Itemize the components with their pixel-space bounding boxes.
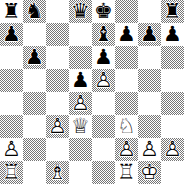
white-rook-fill: ♜ (115, 161, 138, 184)
square-d6[interactable] (69, 46, 92, 69)
square-a5[interactable] (0, 69, 23, 92)
black-pawn[interactable]: ♟ (69, 69, 92, 92)
white-pawn[interactable]: ♙ (115, 138, 138, 161)
square-g3[interactable] (138, 115, 161, 138)
square-g7[interactable]: ♟ (138, 23, 161, 46)
white-bishop[interactable]: ♗ (46, 161, 69, 184)
square-e8[interactable]: ♚ (92, 0, 115, 23)
white-pawn[interactable]: ♙ (46, 115, 69, 138)
square-a7[interactable]: ♟ (0, 23, 23, 46)
black-queen[interactable]: ♛ (69, 0, 92, 23)
black-rook[interactable]: ♜ (161, 0, 184, 23)
square-d1[interactable] (69, 161, 92, 184)
square-e5[interactable]: ♟♙ (92, 69, 115, 92)
square-f8[interactable] (115, 0, 138, 23)
black-bishop[interactable]: ♝ (92, 23, 115, 46)
square-d7[interactable] (69, 23, 92, 46)
square-d4[interactable]: ♟♙ (69, 92, 92, 115)
white-bishop-fill: ♝ (46, 161, 69, 184)
black-pawn[interactable]: ♟ (92, 46, 115, 69)
square-f3[interactable]: ♞♘ (115, 115, 138, 138)
white-pawn[interactable]: ♙ (69, 92, 92, 115)
square-d3[interactable]: ♛♕ (69, 115, 92, 138)
square-a3[interactable] (0, 115, 23, 138)
square-f2[interactable]: ♟♙ (115, 138, 138, 161)
square-c5[interactable] (46, 69, 69, 92)
square-f5[interactable] (115, 69, 138, 92)
black-rook[interactable]: ♜ (0, 0, 23, 23)
white-pawn[interactable]: ♙ (138, 138, 161, 161)
square-f6[interactable] (115, 46, 138, 69)
square-b8[interactable]: ♞ (23, 0, 46, 23)
black-pawn[interactable]: ♟ (115, 23, 138, 46)
white-pawn-fill: ♟ (115, 138, 138, 161)
square-c8[interactable] (46, 0, 69, 23)
square-f4[interactable] (115, 92, 138, 115)
square-e1[interactable] (92, 161, 115, 184)
square-h7[interactable]: ♟ (161, 23, 184, 46)
white-pawn[interactable]: ♙ (161, 138, 184, 161)
square-g6[interactable] (138, 46, 161, 69)
square-a8[interactable]: ♜ (0, 0, 23, 23)
square-b1[interactable] (23, 161, 46, 184)
square-g1[interactable]: ♚♔ (138, 161, 161, 184)
chess-board: ♜♞♛♚♜♟♝♟♟♟♟♟♟♟♙♟♙♟♙♛♕♞♘♟♙♟♙♟♙♟♙♜♖♝♗♜♖♚♔ (0, 0, 184, 184)
square-e6[interactable]: ♟ (92, 46, 115, 69)
square-c3[interactable]: ♟♙ (46, 115, 69, 138)
white-pawn-fill: ♟ (46, 115, 69, 138)
white-rook[interactable]: ♖ (115, 161, 138, 184)
black-knight[interactable]: ♞ (23, 0, 46, 23)
black-pawn[interactable]: ♟ (138, 23, 161, 46)
square-a1[interactable]: ♜♖ (0, 161, 23, 184)
square-h8[interactable]: ♜ (161, 0, 184, 23)
white-pawn-fill: ♟ (69, 92, 92, 115)
square-h4[interactable] (161, 92, 184, 115)
white-pawn-fill: ♟ (92, 69, 115, 92)
square-c2[interactable] (46, 138, 69, 161)
white-pawn[interactable]: ♙ (92, 69, 115, 92)
square-d2[interactable] (69, 138, 92, 161)
square-c1[interactable]: ♝♗ (46, 161, 69, 184)
square-e3[interactable] (92, 115, 115, 138)
square-h6[interactable] (161, 46, 184, 69)
square-a4[interactable] (0, 92, 23, 115)
square-b2[interactable] (23, 138, 46, 161)
white-queen-fill: ♛ (69, 115, 92, 138)
square-g4[interactable] (138, 92, 161, 115)
white-pawn-fill: ♟ (138, 138, 161, 161)
white-king[interactable]: ♔ (138, 161, 161, 184)
square-h1[interactable] (161, 161, 184, 184)
black-pawn[interactable]: ♟ (161, 23, 184, 46)
square-h3[interactable] (161, 115, 184, 138)
square-b6[interactable]: ♟ (23, 46, 46, 69)
square-c6[interactable] (46, 46, 69, 69)
square-g5[interactable] (138, 69, 161, 92)
square-a2[interactable]: ♟♙ (0, 138, 23, 161)
square-d5[interactable]: ♟ (69, 69, 92, 92)
square-f7[interactable]: ♟ (115, 23, 138, 46)
square-c7[interactable] (46, 23, 69, 46)
square-b3[interactable] (23, 115, 46, 138)
square-e2[interactable] (92, 138, 115, 161)
black-king[interactable]: ♚ (92, 0, 115, 23)
white-queen[interactable]: ♕ (69, 115, 92, 138)
white-pawn[interactable]: ♙ (0, 138, 23, 161)
square-f1[interactable]: ♜♖ (115, 161, 138, 184)
white-pawn-fill: ♟ (0, 138, 23, 161)
square-d8[interactable]: ♛ (69, 0, 92, 23)
black-pawn[interactable]: ♟ (0, 23, 23, 46)
square-h2[interactable]: ♟♙ (161, 138, 184, 161)
square-b4[interactable] (23, 92, 46, 115)
square-a6[interactable] (0, 46, 23, 69)
square-h5[interactable] (161, 69, 184, 92)
white-rook-fill: ♜ (0, 161, 23, 184)
white-rook[interactable]: ♖ (0, 161, 23, 184)
white-pawn-fill: ♟ (161, 138, 184, 161)
square-c4[interactable] (46, 92, 69, 115)
square-e7[interactable]: ♝ (92, 23, 115, 46)
square-g8[interactable] (138, 0, 161, 23)
black-pawn[interactable]: ♟ (23, 46, 46, 69)
square-e4[interactable] (92, 92, 115, 115)
square-b7[interactable] (23, 23, 46, 46)
white-knight-fill: ♞ (115, 115, 138, 138)
square-b5[interactable] (23, 69, 46, 92)
white-knight[interactable]: ♘ (115, 115, 138, 138)
white-king-fill: ♚ (138, 161, 161, 184)
square-g2[interactable]: ♟♙ (138, 138, 161, 161)
